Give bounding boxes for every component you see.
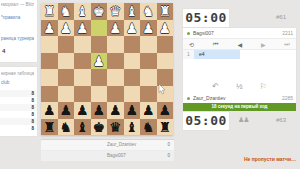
square-h8[interactable]: ♜ — [41, 119, 58, 136]
game-side-panel: Bagsi007 2211 ⟲⏮◀▶⏭ 1 e4 ↶½⚐ Zaur_Dzanti… — [183, 28, 296, 103]
square-a4[interactable] — [157, 53, 174, 70]
standings-row[interactable]: 8 — [0, 118, 37, 125]
square-h1[interactable]: ♜ — [41, 3, 58, 20]
bottom-player-row[interactable]: Zaur_Dzantiev 2285 — [183, 93, 296, 103]
standings-score: 8 — [31, 90, 34, 97]
standings-row[interactable]: 8 — [0, 90, 37, 97]
square-b3[interactable] — [140, 36, 157, 53]
bottom-player-clock: 05:00 — [183, 112, 229, 130]
top-player-rating: 2211 — [282, 28, 293, 38]
black-knight: ♞ — [142, 119, 154, 136]
score-row: Zaur_Dzantiev0 — [41, 140, 174, 151]
match-score-table: Zaur_Dzantiev0Bagsi0070 — [41, 139, 174, 161]
black-rook: ♜ — [43, 119, 55, 136]
chess-board: ♜♞♝♚♛♝♞♜♟♟♟♟♟♟♟♟♟♟♟♟♟♟♟♟♜♞♝♚♛♝♞♜ — [41, 3, 173, 135]
square-e2[interactable] — [91, 20, 108, 37]
square-b6[interactable] — [140, 86, 157, 103]
black-pawn: ♟ — [76, 102, 88, 119]
tournament-link-1[interactable]: правила* — [1, 15, 34, 20]
bottom-player-name[interactable]: Zaur_Dzantiev — [193, 93, 226, 103]
top-player-name[interactable]: Bagsi007 — [193, 28, 214, 38]
move-e4[interactable]: e4 — [194, 50, 240, 59]
black-pawn: ♟ — [142, 102, 154, 119]
standings-club-link[interactable]: club — [1, 80, 34, 85]
top-game-number: #61 — [250, 14, 286, 20]
offer-draw-icon[interactable]: ½ — [236, 82, 243, 91]
square-c3[interactable] — [124, 36, 141, 53]
analysis-icon[interactable]: ⟲ — [189, 41, 194, 48]
takeback-icon[interactable]: ↶ — [212, 82, 219, 91]
square-b1[interactable]: ♞ — [140, 3, 157, 20]
square-a2[interactable]: ♟ — [157, 20, 174, 37]
black-queen: ♛ — [109, 119, 121, 136]
mouse-cursor-icon — [158, 84, 166, 95]
standings-row[interactable]: 8 — [0, 97, 37, 104]
square-d4[interactable] — [107, 53, 124, 70]
tournament-title: Мемориал — Blitz — [1, 2, 34, 7]
standings-heading: Турнирная таблица — [1, 71, 34, 76]
white-rook: ♜ — [159, 3, 171, 20]
standings-score: 8 — [31, 111, 34, 118]
black-king: ♚ — [93, 119, 105, 136]
square-b8[interactable]: ♞ — [140, 119, 157, 136]
white-pawn: ♟ — [159, 20, 171, 37]
square-f7[interactable]: ♟ — [74, 102, 91, 119]
square-g8[interactable]: ♞ — [58, 119, 75, 136]
square-g2[interactable]: ♟ — [58, 20, 75, 37]
white-pawn: ♟ — [109, 20, 121, 37]
square-h7[interactable]: ♟ — [41, 102, 58, 119]
square-c4[interactable] — [124, 53, 141, 70]
score-player-name[interactable]: Bagsi007 — [107, 151, 126, 161]
square-h5[interactable] — [41, 69, 58, 86]
online-dot — [187, 32, 190, 35]
black-pawn: ♟ — [109, 102, 121, 119]
tournament-link-2[interactable]: страница турнира — [1, 36, 34, 41]
pieces-icon: ♟♟ — [238, 116, 249, 124]
standings-score: 8 — [31, 125, 34, 132]
standings-row[interactable]: 8 — [0, 104, 37, 111]
standings-score: 8 — [31, 97, 34, 104]
black-pawn: ♟ — [126, 102, 138, 119]
square-e7[interactable]: ♟ — [91, 102, 108, 119]
square-b4[interactable] — [140, 53, 157, 70]
score-player-name[interactable]: Zaur_Dzantiev — [107, 140, 136, 150]
black-pawn: ♟ — [60, 102, 72, 119]
score-row: Bagsi0070 — [41, 151, 174, 161]
white-pawn: ♟ — [76, 20, 88, 37]
first-move-timer-banner: 18 секунд на первый ход — [183, 103, 296, 111]
black-bishop: ♝ — [126, 119, 138, 136]
square-f8[interactable]: ♝ — [74, 119, 91, 136]
standings-row[interactable]: 8 — [0, 125, 37, 132]
square-e4[interactable]: ♟ — [91, 53, 108, 70]
move-list: 1 e4 — [183, 50, 296, 59]
square-a1[interactable]: ♜ — [157, 3, 174, 20]
square-f2[interactable]: ♟ — [74, 20, 91, 37]
square-b5[interactable] — [140, 69, 157, 86]
square-c1[interactable]: ♝ — [124, 3, 141, 20]
white-bishop: ♝ — [76, 3, 88, 20]
square-e5[interactable] — [91, 69, 108, 86]
game-action-buttons: ↶½⚐ — [183, 80, 296, 93]
standings-row[interactable]: 8 — [0, 111, 37, 118]
square-f6[interactable] — [74, 86, 91, 103]
square-d5[interactable] — [107, 69, 124, 86]
square-g7[interactable]: ♟ — [58, 102, 75, 119]
white-pawn: ♟ — [142, 20, 154, 37]
move-number: 1 — [183, 50, 194, 59]
square-d3[interactable] — [107, 36, 124, 53]
square-d8[interactable]: ♛ — [107, 119, 124, 136]
square-c2[interactable]: ♟ — [124, 20, 141, 37]
square-a8[interactable]: ♜ — [157, 119, 174, 136]
top-player-clock: 05:00 — [183, 9, 229, 27]
square-d2[interactable]: ♟ — [107, 20, 124, 37]
square-h6[interactable] — [41, 86, 58, 103]
standings-rows: 888888 — [0, 90, 37, 132]
square-c6[interactable] — [124, 86, 141, 103]
white-knight: ♞ — [142, 3, 154, 20]
white-knight: ♞ — [60, 3, 72, 20]
black-knight: ♞ — [60, 119, 72, 136]
last-move-icon[interactable]: ⏭ — [285, 41, 290, 48]
white-queen: ♛ — [109, 3, 121, 20]
square-e3[interactable] — [91, 36, 108, 53]
black-pawn: ♟ — [159, 102, 171, 119]
square-g6[interactable] — [58, 86, 75, 103]
square-f1[interactable]: ♝ — [74, 3, 91, 20]
square-b2[interactable]: ♟ — [140, 20, 157, 37]
square-a3[interactable] — [157, 36, 174, 53]
bottom-game-number: #63 — [250, 117, 286, 123]
square-d6[interactable] — [107, 86, 124, 103]
white-pawn: ♟ — [93, 53, 105, 70]
white-rook: ♜ — [43, 3, 55, 20]
square-h3[interactable] — [41, 36, 58, 53]
square-g3[interactable] — [58, 36, 75, 53]
bottom-player-rating: 2285 — [282, 93, 293, 103]
black-pawn: ♟ — [93, 102, 105, 119]
square-h2[interactable]: ♟ — [41, 20, 58, 37]
standings-score: 8 — [31, 104, 34, 111]
top-player-row[interactable]: Bagsi007 2211 — [183, 28, 296, 38]
square-c7[interactable]: ♟ — [124, 102, 141, 119]
square-e8[interactable]: ♚ — [91, 119, 108, 136]
score-value: 0 — [167, 151, 170, 161]
white-pawn: ♟ — [126, 20, 138, 37]
square-c5[interactable] — [124, 69, 141, 86]
white-bishop: ♝ — [126, 3, 138, 20]
black-bishop: ♝ — [76, 119, 88, 136]
square-g4[interactable] — [58, 53, 75, 70]
square-e6[interactable] — [91, 86, 108, 103]
standings-score: 8 — [31, 118, 34, 125]
square-g1[interactable]: ♞ — [58, 3, 75, 20]
square-h4[interactable] — [41, 53, 58, 70]
black-pawn: ♟ — [43, 102, 55, 119]
square-f3[interactable] — [74, 36, 91, 53]
square-a7[interactable]: ♟ — [157, 102, 174, 119]
resign-icon[interactable]: ⚐ — [260, 82, 267, 91]
promo-link[interactable]: Не пропусти матчи… — [228, 156, 296, 162]
previous-move-icon[interactable]: ◀ — [237, 41, 242, 48]
white-pawn: ♟ — [60, 20, 72, 37]
online-dot — [187, 97, 190, 100]
square-g5[interactable] — [58, 69, 75, 86]
tournament-info-card: Мемориал — Blitz правила* страница турни… — [0, 0, 37, 62]
square-e1[interactable]: ♚ — [91, 3, 108, 20]
square-f5[interactable] — [74, 69, 91, 86]
square-f4[interactable] — [74, 53, 91, 70]
first-move-icon[interactable]: ⏮ — [213, 41, 218, 48]
movelist-toolbar: ⟲⏮◀▶⏭ — [183, 38, 296, 50]
tournament-points: 4 — [2, 48, 5, 54]
square-c8[interactable]: ♝ — [124, 119, 141, 136]
score-value: 0 — [167, 140, 170, 150]
black-rook: ♜ — [159, 119, 171, 136]
square-b7[interactable]: ♟ — [140, 102, 157, 119]
square-d1[interactable]: ♛ — [107, 3, 124, 20]
white-pawn: ♟ — [43, 20, 55, 37]
white-king: ♚ — [93, 3, 105, 20]
next-move-icon[interactable]: ▶ — [261, 41, 266, 48]
square-d7[interactable]: ♟ — [107, 102, 124, 119]
standings-card: Турнирная таблица club 888888 — [0, 67, 37, 136]
